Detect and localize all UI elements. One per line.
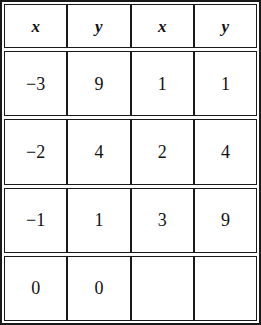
xy-table: x y x y −3 9 1 1 −2 4 2 4 −1 1 3 9 0 0	[0, 0, 261, 325]
table-cell-r1c2: 9	[67, 51, 130, 116]
header-cell-x2: x	[131, 4, 194, 48]
table-cell-r3c1: −1	[4, 188, 67, 253]
table-cell-r3c2: 1	[67, 188, 130, 253]
header-cell-y1: y	[67, 4, 130, 48]
table-cell-r4c3-empty	[131, 256, 194, 321]
values-table-diagram: x y x y −3 9 1 1 −2 4 2 4 −1 1 3 9 0 0	[0, 0, 261, 325]
table-cell-r4c1: 0	[4, 256, 67, 321]
table-cell-r2c2: 4	[67, 119, 130, 184]
table-cell-r4c4-empty	[194, 256, 257, 321]
table-cell-r2c4: 4	[194, 119, 257, 184]
table-cell-r2c3: 2	[131, 119, 194, 184]
table-cell-r3c4: 9	[194, 188, 257, 253]
header-cell-x1: x	[4, 4, 67, 48]
table-cell-r2c1: −2	[4, 119, 67, 184]
table-cell-r1c4: 1	[194, 51, 257, 116]
table-cell-r1c1: −3	[4, 51, 67, 116]
table-cell-r3c3: 3	[131, 188, 194, 253]
table-cell-r4c2: 0	[67, 256, 130, 321]
header-cell-y2: y	[194, 4, 257, 48]
table-cell-r1c3: 1	[131, 51, 194, 116]
